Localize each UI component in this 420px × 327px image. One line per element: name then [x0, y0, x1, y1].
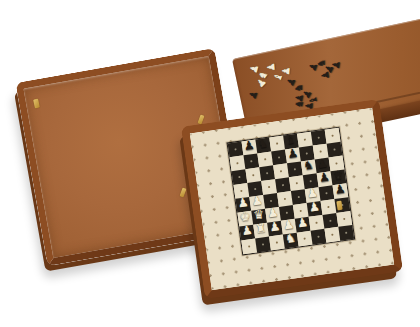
- black-pawn: ♟: [318, 171, 330, 184]
- white-pawn: ♟: [296, 216, 308, 229]
- white-pawn: ♟: [251, 194, 263, 207]
- black-bishop: ♝: [285, 133, 297, 146]
- white-rook: ♜: [255, 222, 267, 235]
- white-king: ♚: [239, 210, 251, 223]
- black-knight: ♞: [302, 159, 314, 172]
- board-square: [338, 225, 354, 241]
- white-pawn: ♟: [237, 196, 249, 209]
- white-pawn: ♟: [308, 200, 320, 213]
- white-queen: ♛: [253, 208, 265, 221]
- white-knight: ♞: [284, 232, 296, 245]
- white-pawn: ♟: [269, 220, 281, 233]
- black-pawn: ♟: [316, 157, 328, 170]
- product-photo-scene: ♟♞♟♝♟♟♟♞♟♟♝♟♞♟♟♟♟♞♟ ♟♞♝♟♞♟♟♛♟♟♟♟♚♛♟♟♟♜♟♟…: [0, 0, 420, 327]
- open-box-base: ♟♞♝♟♞♟♟♛♟♟♟♟♚♛♟♟♟♜♟♟♟♞: [181, 99, 403, 299]
- white-pawn: ♟: [241, 224, 253, 237]
- black-pawn: ♟: [287, 147, 299, 160]
- black-queen: ♛: [332, 169, 344, 182]
- chess-board: ♟♞♝♟♞♟♟♛♟♟♟♟♚♛♟♟♟♜♟♟♟♞: [227, 127, 356, 256]
- white-pawn: ♟: [306, 187, 318, 200]
- black-knight: ♞: [257, 137, 269, 150]
- black-pawn: ♟: [334, 183, 346, 196]
- brass-clasp-icon: [336, 201, 342, 211]
- black-pawn: ♟: [243, 139, 255, 152]
- white-pawn: ♟: [267, 206, 279, 219]
- board-insert-with-peg-holes: ♟♞♝♟♞♟♟♛♟♟♟♟♚♛♟♟♟♜♟♟♟♞: [190, 108, 394, 290]
- white-pawn: ♟: [282, 218, 294, 231]
